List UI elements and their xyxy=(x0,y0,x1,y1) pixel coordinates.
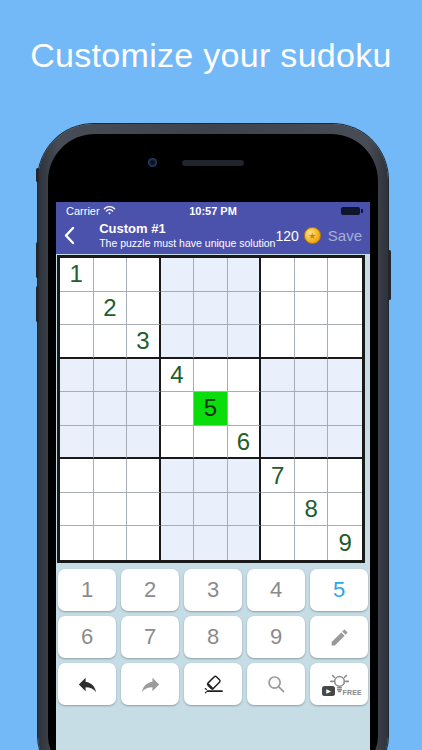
sudoku-cell-r2c7[interactable] xyxy=(261,292,295,326)
sudoku-cell-r9c2[interactable] xyxy=(94,526,128,560)
sudoku-cell-r6c1[interactable] xyxy=(60,426,94,460)
sudoku-cell-r9c1[interactable] xyxy=(60,526,94,560)
video-play-icon: ▶ xyxy=(322,686,335,696)
coin-count: 120 xyxy=(275,228,298,244)
hint-button[interactable]: ▶ FREE xyxy=(310,663,368,705)
sudoku-cell-r7c2[interactable] xyxy=(94,459,128,493)
sudoku-cell-r7c4[interactable] xyxy=(161,459,195,493)
sudoku-cell-r1c1[interactable]: 1 xyxy=(60,258,94,292)
puzzle-title: Custom #1 xyxy=(99,221,275,237)
sudoku-cell-r7c7[interactable]: 7 xyxy=(261,459,295,493)
sudoku-board: 123456789 xyxy=(57,255,365,563)
digit-key-7[interactable]: 7 xyxy=(121,616,179,658)
sudoku-cell-r4c8[interactable] xyxy=(295,359,329,393)
phone-frame: Carrier 10:57 PM Custom #1 xyxy=(38,124,388,750)
sudoku-cell-r1c3[interactable] xyxy=(127,258,161,292)
sudoku-cell-r6c5[interactable] xyxy=(194,426,228,460)
sudoku-cell-r8c1[interactable] xyxy=(60,493,94,527)
sudoku-cell-r5c2[interactable] xyxy=(94,392,128,426)
sudoku-cell-r5c8[interactable] xyxy=(295,392,329,426)
power-button xyxy=(388,250,391,300)
eraser-icon xyxy=(201,672,225,696)
sudoku-cell-r2c2[interactable]: 2 xyxy=(94,292,128,326)
magnifier-icon xyxy=(265,673,288,696)
undo-arrow-icon xyxy=(76,673,99,696)
sudoku-cell-r3c1[interactable] xyxy=(60,325,94,359)
sudoku-cell-r7c5[interactable] xyxy=(194,459,228,493)
digit-key-2[interactable]: 2 xyxy=(121,569,179,611)
nav-titles: Custom #1 The puzzle must have unique so… xyxy=(99,221,275,249)
sudoku-cell-r2c4[interactable] xyxy=(161,292,195,326)
hint-free-label: FREE xyxy=(343,689,362,696)
sudoku-cell-r4c1[interactable] xyxy=(60,359,94,393)
wifi-icon xyxy=(103,205,116,217)
redo-arrow-icon xyxy=(139,673,162,696)
sudoku-cell-r8c5[interactable] xyxy=(194,493,228,527)
sudoku-cell-r2c8[interactable] xyxy=(295,292,329,326)
sudoku-cell-r9c5[interactable] xyxy=(194,526,228,560)
sudoku-cell-r2c6[interactable] xyxy=(228,292,262,326)
back-button[interactable] xyxy=(64,226,75,245)
sudoku-cell-r3c6[interactable] xyxy=(228,325,262,359)
sudoku-cell-r6c2[interactable] xyxy=(94,426,128,460)
sudoku-cell-r1c2[interactable] xyxy=(94,258,128,292)
battery-icon xyxy=(341,207,360,215)
sudoku-cell-r5c5[interactable]: 5 xyxy=(194,392,228,426)
sudoku-cell-r9c4[interactable] xyxy=(161,526,195,560)
sudoku-cell-r4c2[interactable] xyxy=(94,359,128,393)
mute-switch xyxy=(36,168,39,182)
sudoku-cell-r8c4[interactable] xyxy=(161,493,195,527)
sudoku-cell-r6c6[interactable]: 6 xyxy=(228,426,262,460)
coin-icon: ★ xyxy=(304,227,321,244)
sudoku-cell-r8c9[interactable] xyxy=(328,493,362,527)
sudoku-cell-r1c5[interactable] xyxy=(194,258,228,292)
sudoku-cell-r1c8[interactable] xyxy=(295,258,329,292)
sudoku-cell-r8c7[interactable] xyxy=(261,493,295,527)
sudoku-cell-r3c5[interactable] xyxy=(194,325,228,359)
sudoku-cell-r2c3[interactable] xyxy=(127,292,161,326)
pencil-icon xyxy=(329,627,350,648)
sudoku-cell-r8c6[interactable] xyxy=(228,493,262,527)
sudoku-cell-r4c9[interactable] xyxy=(328,359,362,393)
sudoku-cell-r6c4[interactable] xyxy=(161,426,195,460)
redo-button[interactable] xyxy=(121,663,179,705)
sudoku-cell-r2c1[interactable] xyxy=(60,292,94,326)
sudoku-cell-r8c3[interactable] xyxy=(127,493,161,527)
sudoku-cell-r5c6[interactable] xyxy=(228,392,262,426)
digit-key-8[interactable]: 8 xyxy=(184,616,242,658)
sudoku-cell-r4c3[interactable] xyxy=(127,359,161,393)
number-pad-row-2: 6 7 8 9 xyxy=(58,616,368,658)
digit-key-4[interactable]: 4 xyxy=(247,569,305,611)
sudoku-cell-r2c5[interactable] xyxy=(194,292,228,326)
sudoku-cell-r5c7[interactable] xyxy=(261,392,295,426)
sudoku-cell-r6c9[interactable] xyxy=(328,426,362,460)
sudoku-cell-r5c3[interactable] xyxy=(127,392,161,426)
sudoku-cell-r4c7[interactable] xyxy=(261,359,295,393)
carrier-label: Carrier xyxy=(66,205,100,217)
chevron-left-icon xyxy=(64,226,75,245)
app-screen: Carrier 10:57 PM Custom #1 xyxy=(56,202,370,750)
page-title: Customize your sudoku xyxy=(0,36,422,75)
sudoku-cell-r9c6[interactable] xyxy=(228,526,262,560)
sudoku-cell-r1c7[interactable] xyxy=(261,258,295,292)
sudoku-cell-r3c2[interactable] xyxy=(94,325,128,359)
volume-down-button xyxy=(36,286,39,322)
digit-key-6[interactable]: 6 xyxy=(58,616,116,658)
sudoku-cell-r1c4[interactable] xyxy=(161,258,195,292)
sudoku-cell-r9c3[interactable] xyxy=(127,526,161,560)
sudoku-cell-r1c6[interactable] xyxy=(228,258,262,292)
status-bar: Carrier 10:57 PM xyxy=(56,202,370,220)
speaker-slot xyxy=(182,160,244,166)
toolbar: ▶ FREE xyxy=(58,663,368,705)
sudoku-cell-r2c9[interactable] xyxy=(328,292,362,326)
undo-button[interactable] xyxy=(58,663,116,705)
sudoku-cell-r8c8[interactable]: 8 xyxy=(295,493,329,527)
save-button[interactable]: Save xyxy=(328,227,362,244)
sudoku-cell-r5c4[interactable] xyxy=(161,392,195,426)
sudoku-cell-r9c7[interactable] xyxy=(261,526,295,560)
sudoku-cell-r7c8[interactable] xyxy=(295,459,329,493)
sudoku-cell-r5c1[interactable] xyxy=(60,392,94,426)
digit-key-5-selected[interactable]: 5 xyxy=(310,569,368,611)
camera-icon xyxy=(148,158,157,167)
sudoku-cell-r6c8[interactable] xyxy=(295,426,329,460)
sudoku-cell-r3c8[interactable] xyxy=(295,325,329,359)
volume-up-button xyxy=(36,242,39,278)
sudoku-cell-r4c5[interactable] xyxy=(194,359,228,393)
sudoku-cell-r6c3[interactable] xyxy=(127,426,161,460)
sudoku-cell-r9c9[interactable]: 9 xyxy=(328,526,362,560)
sudoku-cell-r3c7[interactable] xyxy=(261,325,295,359)
sudoku-cell-r9c8[interactable] xyxy=(295,526,329,560)
puzzle-subtitle: The puzzle must have unique solution xyxy=(99,237,275,250)
sudoku-cell-r8c2[interactable] xyxy=(94,493,128,527)
sudoku-cell-r1c9[interactable] xyxy=(328,258,362,292)
sudoku-cell-r6c7[interactable] xyxy=(261,426,295,460)
number-pad-row-1: 1 2 3 4 5 xyxy=(58,569,368,611)
sudoku-cell-r4c4[interactable]: 4 xyxy=(161,359,195,393)
eraser-button[interactable] xyxy=(184,663,242,705)
digit-key-9[interactable]: 9 xyxy=(247,616,305,658)
digit-key-1[interactable]: 1 xyxy=(58,569,116,611)
pencil-button[interactable] xyxy=(310,616,368,658)
sudoku-cell-r3c9[interactable] xyxy=(328,325,362,359)
sudoku-cell-r5c9[interactable] xyxy=(328,392,362,426)
sudoku-cell-r7c6[interactable] xyxy=(228,459,262,493)
sudoku-cell-r4c6[interactable] xyxy=(228,359,262,393)
sudoku-cell-r7c9[interactable] xyxy=(328,459,362,493)
sudoku-cell-r7c3[interactable] xyxy=(127,459,161,493)
search-button[interactable] xyxy=(247,663,305,705)
sudoku-cell-r7c1[interactable] xyxy=(60,459,94,493)
digit-key-3[interactable]: 3 xyxy=(184,569,242,611)
nav-bar: Custom #1 The puzzle must have unique so… xyxy=(56,220,370,254)
sudoku-cell-r3c4[interactable] xyxy=(161,325,195,359)
sudoku-cell-r3c3[interactable]: 3 xyxy=(127,325,161,359)
